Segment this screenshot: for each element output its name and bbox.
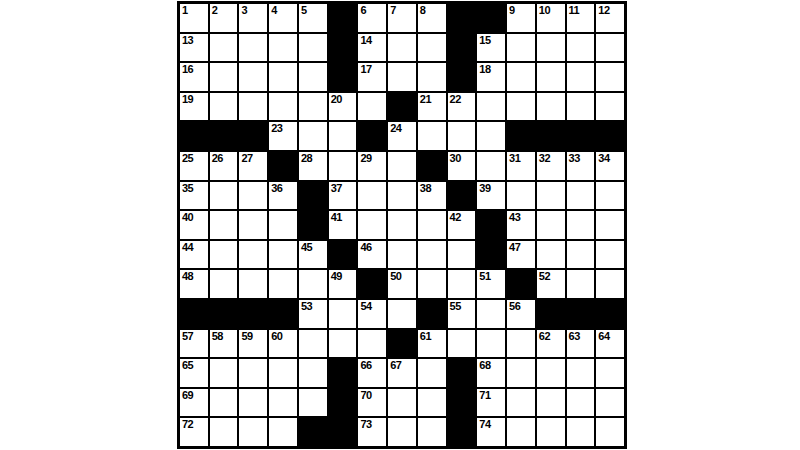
clue-number: 52 [539,270,550,282]
black-cell-r11c4 [268,299,298,329]
white-cell-r3c2[interactable] [209,62,239,92]
white-cell-r6c5[interactable]: 28 [298,151,328,181]
black-cell-r4c8 [387,92,417,122]
clue-number: 7 [390,4,396,16]
clue-number: 63 [569,330,580,342]
white-cell-r6c15[interactable]: 34 [595,151,625,181]
white-cell-r11c8[interactable] [387,299,417,329]
clue-number: 56 [509,300,520,312]
clue-number: 15 [479,34,490,46]
white-cell-r13c3[interactable] [238,358,268,388]
black-cell-r13c6 [328,358,358,388]
black-cell-r1c6 [328,3,358,33]
clue-number: 9 [509,4,515,16]
clue-number: 8 [420,4,426,16]
white-cell-r10c6[interactable]: 49 [328,269,358,299]
white-cell-r3c3[interactable] [238,62,268,92]
white-cell-r3c9[interactable] [417,62,447,92]
black-cell-r11c2 [209,299,239,329]
clue-number: 43 [509,211,520,223]
black-cell-r11c14 [566,299,596,329]
black-cell-r6c9 [417,151,447,181]
black-cell-r5c3 [238,121,268,151]
clue-number: 12 [598,4,609,16]
white-cell-r2c9[interactable] [417,33,447,63]
black-cell-r12c8 [387,329,417,359]
white-cell-r13c13[interactable] [536,358,566,388]
white-cell-r9c3[interactable] [238,240,268,270]
white-cell-r7c9[interactable]: 38 [417,181,447,211]
black-cell-r5c7 [357,121,387,151]
clue-number: 11 [569,4,580,16]
white-cell-r9c12[interactable]: 47 [506,240,536,270]
black-cell-r14c10 [447,388,477,418]
white-cell-r9c15[interactable] [595,240,625,270]
white-cell-r3c7[interactable]: 17 [357,62,387,92]
white-cell-r6c13[interactable]: 32 [536,151,566,181]
white-cell-r10c4[interactable] [268,269,298,299]
white-cell-r14c14[interactable] [566,388,596,418]
white-cell-r8c8[interactable] [387,210,417,240]
white-cell-r7c8[interactable] [387,181,417,211]
white-cell-r2c8[interactable] [387,33,417,63]
white-cell-r13c7[interactable]: 66 [357,358,387,388]
clue-number: 68 [479,359,490,371]
clue-number: 53 [301,300,312,312]
crossword-grid: 1234567891011121314151617181920212223242… [177,1,627,449]
white-cell-r7c13[interactable] [536,181,566,211]
white-cell-r12c12[interactable] [506,329,536,359]
clue-number: 14 [360,34,371,46]
white-cell-r6c8[interactable] [387,151,417,181]
white-cell-r15c11[interactable]: 74 [476,417,506,447]
clue-number: 18 [479,63,490,75]
white-cell-r11c12[interactable]: 56 [506,299,536,329]
white-cell-r2c13[interactable] [536,33,566,63]
white-cell-r12c7[interactable] [357,329,387,359]
black-cell-r7c10 [447,181,477,211]
white-cell-r6c12[interactable]: 31 [506,151,536,181]
white-cell-r1c4[interactable]: 4 [268,3,298,33]
black-cell-r11c1 [179,299,209,329]
crossword-page: 1234567891011121314151617181920212223242… [0,0,800,450]
black-cell-r5c1 [179,121,209,151]
white-cell-r10c15[interactable] [595,269,625,299]
white-cell-r9c14[interactable] [566,240,596,270]
white-cell-r15c4[interactable] [268,417,298,447]
white-cell-r14c7[interactable]: 70 [357,388,387,418]
black-cell-r10c12 [506,269,536,299]
clue-number: 38 [420,182,431,194]
white-cell-r9c8[interactable] [387,240,417,270]
white-cell-r11c7[interactable]: 54 [357,299,387,329]
white-cell-r7c4[interactable]: 36 [268,181,298,211]
white-cell-r4c2[interactable] [209,92,239,122]
black-cell-r11c3 [238,299,268,329]
white-cell-r15c1[interactable]: 72 [179,417,209,447]
white-cell-r13c1[interactable]: 65 [179,358,209,388]
white-cell-r10c11[interactable]: 51 [476,269,506,299]
clue-number: 44 [182,241,193,253]
clue-number: 35 [182,182,193,194]
clue-number: 69 [182,389,193,401]
white-cell-r14c2[interactable] [209,388,239,418]
white-cell-r7c11[interactable]: 39 [476,181,506,211]
black-cell-r14c6 [328,388,358,418]
white-cell-r15c7[interactable]: 73 [357,417,387,447]
white-cell-r2c1[interactable]: 13 [179,33,209,63]
black-cell-r7c5 [298,181,328,211]
clue-number: 26 [212,152,223,164]
white-cell-r15c3[interactable] [238,417,268,447]
white-cell-r14c5[interactable] [298,388,328,418]
white-cell-r7c14[interactable] [566,181,596,211]
clue-number: 28 [301,152,312,164]
white-cell-r12c5[interactable] [298,329,328,359]
black-cell-r5c15 [595,121,625,151]
white-cell-r5c4[interactable]: 23 [268,121,298,151]
clue-number: 60 [271,330,282,342]
clue-number: 54 [360,300,371,312]
white-cell-r9c9[interactable] [417,240,447,270]
white-cell-r7c12[interactable] [506,181,536,211]
clue-number: 21 [420,93,431,105]
black-cell-r11c15 [595,299,625,329]
white-cell-r6c10[interactable]: 30 [447,151,477,181]
clue-number: 58 [212,330,223,342]
white-cell-r14c13[interactable] [536,388,566,418]
clue-number: 66 [360,359,371,371]
white-cell-r1c2[interactable]: 2 [209,3,239,33]
white-cell-r4c3[interactable] [238,92,268,122]
white-cell-r7c3[interactable] [238,181,268,211]
white-cell-r4c11[interactable] [476,92,506,122]
white-cell-r12c2[interactable]: 58 [209,329,239,359]
clue-number: 16 [182,63,193,75]
clue-number: 40 [182,211,193,223]
clue-number: 30 [450,152,461,164]
clue-number: 51 [479,270,490,282]
white-cell-r9c1[interactable]: 44 [179,240,209,270]
white-cell-r1c12[interactable]: 9 [506,3,536,33]
clue-number: 23 [271,122,282,134]
white-cell-r15c12[interactable] [506,417,536,447]
clue-number: 1 [182,4,188,16]
white-cell-r7c1[interactable]: 35 [179,181,209,211]
white-cell-r5c11[interactable] [476,121,506,151]
white-cell-r13c14[interactable] [566,358,596,388]
white-cell-r4c12[interactable] [506,92,536,122]
white-cell-r15c8[interactable] [387,417,417,447]
white-cell-r10c1[interactable]: 48 [179,269,209,299]
black-cell-r9c6 [328,240,358,270]
white-cell-r2c5[interactable] [298,33,328,63]
white-cell-r4c14[interactable] [566,92,596,122]
white-cell-r2c12[interactable] [506,33,536,63]
black-cell-r1c10 [447,3,477,33]
clue-number: 42 [450,211,461,223]
black-cell-r11c13 [536,299,566,329]
white-cell-r11c10[interactable]: 55 [447,299,477,329]
white-cell-r4c13[interactable] [536,92,566,122]
white-cell-r3c15[interactable] [595,62,625,92]
white-cell-r9c7[interactable]: 46 [357,240,387,270]
white-cell-r4c7[interactable] [357,92,387,122]
clue-number: 62 [539,330,550,342]
white-cell-r12c14[interactable]: 63 [566,329,596,359]
clue-number: 24 [390,122,401,134]
white-cell-r1c9[interactable]: 8 [417,3,447,33]
clue-number: 17 [360,63,371,75]
white-cell-r8c6[interactable]: 41 [328,210,358,240]
white-cell-r11c6[interactable] [328,299,358,329]
white-cell-r13c12[interactable] [506,358,536,388]
black-cell-r3c10 [447,62,477,92]
white-cell-r1c8[interactable]: 7 [387,3,417,33]
white-cell-r14c8[interactable] [387,388,417,418]
clue-number: 50 [390,270,401,282]
white-cell-r2c11[interactable]: 15 [476,33,506,63]
white-cell-r6c6[interactable] [328,151,358,181]
white-cell-r12c15[interactable]: 64 [595,329,625,359]
clue-number: 64 [598,330,609,342]
white-cell-r3c11[interactable]: 18 [476,62,506,92]
white-cell-r1c14[interactable]: 11 [566,3,596,33]
black-cell-r11c9 [417,299,447,329]
white-cell-r15c9[interactable] [417,417,447,447]
clue-number: 49 [331,270,342,282]
white-cell-r5c9[interactable] [417,121,447,151]
white-cell-r13c5[interactable] [298,358,328,388]
white-cell-r12c9[interactable]: 61 [417,329,447,359]
clue-number: 46 [360,241,371,253]
clue-number: 5 [301,4,307,16]
white-cell-r3c1[interactable]: 16 [179,62,209,92]
white-cell-r14c4[interactable] [268,388,298,418]
white-cell-r1c1[interactable]: 1 [179,3,209,33]
white-cell-r10c14[interactable] [566,269,596,299]
white-cell-r2c2[interactable] [209,33,239,63]
white-cell-r7c2[interactable] [209,181,239,211]
white-cell-r9c5[interactable]: 45 [298,240,328,270]
clue-number: 6 [360,4,366,16]
white-cell-r1c7[interactable]: 6 [357,3,387,33]
white-cell-r8c3[interactable] [238,210,268,240]
white-cell-r5c10[interactable] [447,121,477,151]
white-cell-r12c11[interactable] [476,329,506,359]
clue-number: 70 [360,389,371,401]
clue-number: 3 [241,4,247,16]
white-cell-r11c5[interactable]: 53 [298,299,328,329]
black-cell-r8c5 [298,210,328,240]
clue-number: 19 [182,93,193,105]
white-cell-r8c7[interactable] [357,210,387,240]
white-cell-r14c9[interactable] [417,388,447,418]
white-cell-r2c3[interactable] [238,33,268,63]
white-cell-r10c5[interactable] [298,269,328,299]
clue-number: 22 [450,93,461,105]
clue-number: 20 [331,93,342,105]
white-cell-r9c2[interactable] [209,240,239,270]
white-cell-r12c10[interactable] [447,329,477,359]
clue-number: 59 [241,330,252,342]
clue-number: 74 [479,418,490,430]
white-cell-r8c12[interactable]: 43 [506,210,536,240]
white-cell-r12c6[interactable] [328,329,358,359]
clue-number: 13 [182,34,193,46]
white-cell-r13c11[interactable]: 68 [476,358,506,388]
white-cell-r4c1[interactable]: 19 [179,92,209,122]
clue-number: 41 [331,211,342,223]
white-cell-r9c13[interactable] [536,240,566,270]
white-cell-r15c14[interactable] [566,417,596,447]
white-cell-r10c10[interactable] [447,269,477,299]
white-cell-r3c12[interactable] [506,62,536,92]
white-cell-r13c8[interactable]: 67 [387,358,417,388]
black-cell-r6c4 [268,151,298,181]
black-cell-r9c11 [476,240,506,270]
white-cell-r8c9[interactable] [417,210,447,240]
clue-number: 73 [360,418,371,430]
white-cell-r12c1[interactable]: 57 [179,329,209,359]
clue-number: 55 [450,300,461,312]
clue-number: 72 [182,418,193,430]
black-cell-r5c14 [566,121,596,151]
white-cell-r13c15[interactable] [595,358,625,388]
white-cell-r10c2[interactable] [209,269,239,299]
black-cell-r3c6 [328,62,358,92]
clue-number: 31 [509,152,520,164]
black-cell-r5c12 [506,121,536,151]
white-cell-r7c7[interactable] [357,181,387,211]
white-cell-r8c10[interactable]: 42 [447,210,477,240]
white-cell-r3c4[interactable] [268,62,298,92]
white-cell-r14c11[interactable]: 71 [476,388,506,418]
white-cell-r8c13[interactable] [536,210,566,240]
white-cell-r14c3[interactable] [238,388,268,418]
white-cell-r6c2[interactable]: 26 [209,151,239,181]
white-cell-r4c9[interactable]: 21 [417,92,447,122]
clue-number: 71 [479,389,490,401]
white-cell-r13c4[interactable] [268,358,298,388]
clue-number: 67 [390,359,401,371]
white-cell-r2c15[interactable] [595,33,625,63]
clue-number: 45 [301,241,312,253]
white-cell-r4c5[interactable] [298,92,328,122]
white-cell-r6c1[interactable]: 25 [179,151,209,181]
white-cell-r3c8[interactable] [387,62,417,92]
white-cell-r1c15[interactable]: 12 [595,3,625,33]
clue-number: 2 [212,4,218,16]
clue-number: 36 [271,182,282,194]
white-cell-r8c4[interactable] [268,210,298,240]
clue-number: 57 [182,330,193,342]
white-cell-r2c4[interactable] [268,33,298,63]
white-cell-r10c13[interactable]: 52 [536,269,566,299]
white-cell-r15c13[interactable] [536,417,566,447]
white-cell-r14c15[interactable] [595,388,625,418]
white-cell-r10c9[interactable] [417,269,447,299]
white-cell-r6c7[interactable]: 29 [357,151,387,181]
black-cell-r8c11 [476,210,506,240]
white-cell-r12c4[interactable]: 60 [268,329,298,359]
white-cell-r15c15[interactable] [595,417,625,447]
white-cell-r13c2[interactable] [209,358,239,388]
white-cell-r1c3[interactable]: 3 [238,3,268,33]
black-cell-r5c2 [209,121,239,151]
white-cell-r6c3[interactable]: 27 [238,151,268,181]
clue-number: 10 [539,4,550,16]
black-cell-r5c13 [536,121,566,151]
white-cell-r5c8[interactable]: 24 [387,121,417,151]
clue-number: 34 [598,152,609,164]
clue-number: 37 [331,182,342,194]
white-cell-r3c5[interactable] [298,62,328,92]
white-cell-r8c15[interactable] [595,210,625,240]
black-cell-r13c10 [447,358,477,388]
white-cell-r4c10[interactable]: 22 [447,92,477,122]
white-cell-r8c1[interactable]: 40 [179,210,209,240]
white-cell-r7c6[interactable]: 37 [328,181,358,211]
clue-number: 39 [479,182,490,194]
black-cell-r10c7 [357,269,387,299]
white-cell-r8c14[interactable] [566,210,596,240]
clue-number: 33 [569,152,580,164]
white-cell-r3c14[interactable] [566,62,596,92]
white-cell-r6c11[interactable] [476,151,506,181]
white-cell-r7c15[interactable] [595,181,625,211]
white-cell-r5c5[interactable] [298,121,328,151]
white-cell-r3c13[interactable] [536,62,566,92]
clue-number: 32 [539,152,550,164]
clue-number: 61 [420,330,431,342]
clue-number: 4 [271,4,277,16]
clue-number: 29 [360,152,371,164]
white-cell-r4c15[interactable] [595,92,625,122]
white-cell-r2c7[interactable]: 14 [357,33,387,63]
white-cell-r12c13[interactable]: 62 [536,329,566,359]
white-cell-r5c6[interactable] [328,121,358,151]
black-cell-r2c10 [447,33,477,63]
white-cell-r9c10[interactable] [447,240,477,270]
white-cell-r2c14[interactable] [566,33,596,63]
white-cell-r9c4[interactable] [268,240,298,270]
white-cell-r4c6[interactable]: 20 [328,92,358,122]
white-cell-r12c3[interactable]: 59 [238,329,268,359]
white-cell-r1c13[interactable]: 10 [536,3,566,33]
clue-number: 47 [509,241,520,253]
clue-number: 27 [241,152,252,164]
black-cell-r15c6 [328,417,358,447]
clue-number: 48 [182,270,193,282]
white-cell-r15c2[interactable] [209,417,239,447]
white-cell-r4c4[interactable] [268,92,298,122]
black-cell-r2c6 [328,33,358,63]
white-cell-r11c11[interactable] [476,299,506,329]
white-cell-r10c3[interactable] [238,269,268,299]
white-cell-r14c12[interactable] [506,388,536,418]
white-cell-r10c8[interactable]: 50 [387,269,417,299]
white-cell-r14c1[interactable]: 69 [179,388,209,418]
black-cell-r1c11 [476,3,506,33]
clue-number: 65 [182,359,193,371]
white-cell-r1c5[interactable]: 5 [298,3,328,33]
black-cell-r15c5 [298,417,328,447]
black-cell-r15c10 [447,417,477,447]
white-cell-r6c14[interactable]: 33 [566,151,596,181]
white-cell-r8c2[interactable] [209,210,239,240]
white-cell-r13c9[interactable] [417,358,447,388]
